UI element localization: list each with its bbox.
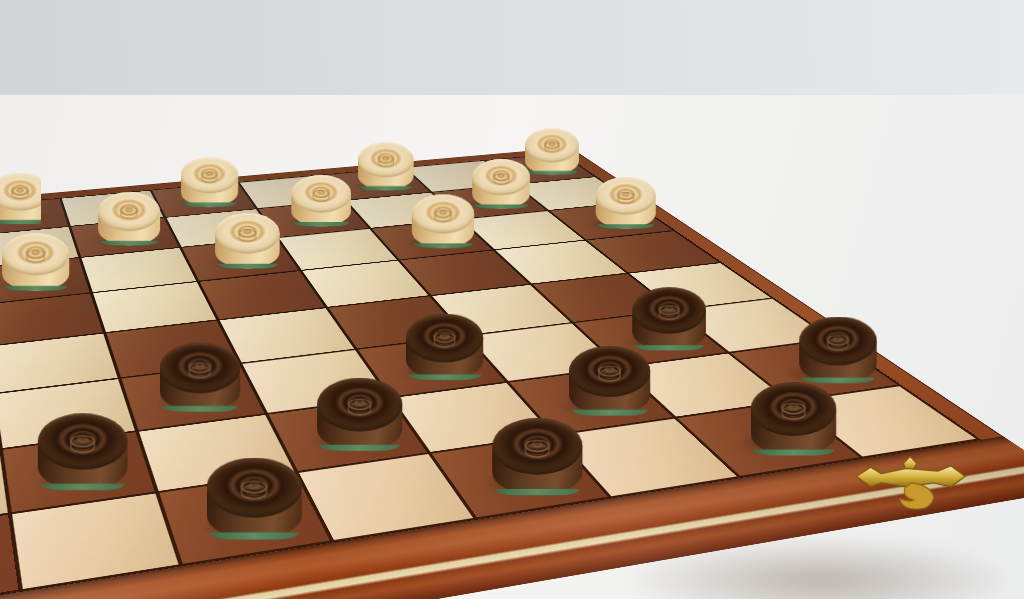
- checker-glyph: ⛀: [616, 185, 635, 207]
- checker-piece-dark[interactable]: ⛂: [569, 346, 650, 420]
- checker-piece-dark[interactable]: ⛂: [317, 378, 402, 456]
- checker-glyph: ⛂: [524, 429, 552, 463]
- checker-glyph: ⛂: [69, 425, 97, 458]
- piece-top: ⛀: [2, 233, 69, 275]
- checker-piece-light[interactable]: ⛀: [412, 194, 474, 251]
- piece-top: ⛂: [799, 317, 877, 366]
- piece-stand: ⛂: [38, 414, 128, 496]
- checker-glyph: ⛂: [826, 327, 850, 356]
- checker-glyph: ⛀: [25, 242, 46, 267]
- piece-stand: ⛂: [569, 346, 650, 420]
- piece-top: ⛀: [98, 192, 160, 231]
- checker-piece-light[interactable]: ⛀: [0, 173, 50, 228]
- piece-stand: ⛂: [632, 287, 706, 355]
- checker-glyph: ⛀: [543, 135, 560, 155]
- checker-piece-dark[interactable]: ⛂: [406, 313, 483, 384]
- piece-stand: ⛂: [751, 382, 837, 460]
- brass-clasp-icon: [850, 454, 968, 514]
- piece-side: [493, 446, 583, 495]
- checker-piece-dark[interactable]: ⛂: [799, 317, 877, 388]
- checker-glyph: ⛀: [312, 183, 331, 205]
- piece-side: [317, 405, 402, 451]
- piece-side: [159, 368, 240, 412]
- piece-top: ⛂: [632, 287, 706, 333]
- checker-piece-dark[interactable]: ⛂: [632, 287, 706, 355]
- checker-glyph: ⛀: [377, 149, 394, 170]
- piece-stand: ⛀: [2, 233, 69, 294]
- checker-piece-light[interactable]: ⛀: [596, 177, 656, 232]
- piece-side: [799, 341, 877, 383]
- piece-stand: ⛀: [215, 213, 280, 272]
- checker-glyph: ⛀: [492, 166, 510, 187]
- piece-side: [569, 371, 650, 415]
- checker-glyph: ⛂: [187, 353, 212, 383]
- piece-side: [38, 442, 128, 491]
- checker-glyph: ⛂: [597, 356, 622, 386]
- scene: ⛀⛀⛀⛀⛀⛀⛀⛀⛀⛀⛀⛀⛂⛂⛂⛂⛂⛂⛂⛂⛂⛂⛂⛂: [0, 0, 1024, 599]
- checker-piece-dark[interactable]: ⛂: [751, 382, 837, 460]
- piece-stand: ⛂: [493, 418, 583, 501]
- piece-stand: ⛂: [799, 317, 877, 388]
- board-square[interactable]: [0, 293, 103, 345]
- piece-top: ⛂: [569, 346, 650, 397]
- checker-glyph: ⛀: [237, 221, 257, 245]
- checker-piece-dark[interactable]: ⛂: [493, 418, 583, 501]
- piece-stand: ⛀: [292, 175, 352, 230]
- piece-top: ⛂: [206, 458, 301, 518]
- piece-stand: ⛂: [159, 342, 240, 416]
- checker-piece-light[interactable]: ⛀: [292, 175, 352, 230]
- piece-top: ⛀: [596, 177, 656, 215]
- piece-stand: ⛀: [525, 128, 579, 177]
- checker-glyph: ⛀: [200, 165, 218, 186]
- piece-side: [632, 310, 706, 350]
- checker-glyph: ⛂: [239, 470, 269, 505]
- piece-top: ⛂: [317, 378, 402, 432]
- checker-glyph: ⛂: [658, 297, 681, 324]
- piece-top: ⛂: [493, 418, 583, 475]
- piece-stand: ⛀: [98, 192, 160, 249]
- brass-clasp: [850, 454, 968, 514]
- piece-stand: ⛂: [406, 313, 483, 384]
- checker-piece-dark[interactable]: ⛂: [206, 458, 301, 545]
- piece-shadow: [0, 535, 17, 599]
- checker-piece-dark[interactable]: ⛂: [159, 342, 240, 416]
- piece-top: ⛀: [472, 159, 530, 195]
- piece-top: ⛀: [358, 142, 414, 177]
- piece-top: ⛀: [180, 157, 238, 193]
- checker-piece-light[interactable]: ⛀: [358, 142, 414, 193]
- perspective-viewport: ⛀⛀⛀⛀⛀⛀⛀⛀⛀⛀⛀⛀⛂⛂⛂⛂⛂⛂⛂⛂⛂⛂⛂⛂: [0, 0, 1024, 599]
- piece-top: ⛀: [412, 194, 474, 233]
- checker-piece-light[interactable]: ⛀: [180, 157, 238, 210]
- piece-top: ⛂: [751, 382, 837, 436]
- checker-glyph: ⛂: [346, 389, 373, 421]
- piece-top: ⛀: [525, 128, 579, 162]
- piece-top: ⛂: [406, 313, 483, 362]
- piece-side: [206, 488, 301, 540]
- piece-stand: ⛀: [412, 194, 474, 251]
- piece-stand: ⛀: [596, 177, 656, 232]
- checker-glyph: ⛀: [119, 200, 138, 223]
- checker-piece-light[interactable]: ⛀: [2, 233, 69, 294]
- checker-piece-light[interactable]: ⛀: [472, 159, 530, 212]
- checker-piece-dark[interactable]: ⛂: [38, 414, 128, 496]
- piece-stand: ⛀: [0, 173, 50, 228]
- checker-glyph: ⛂: [433, 323, 457, 352]
- piece-top: ⛂: [159, 342, 240, 393]
- piece-stand: ⛂: [206, 458, 301, 545]
- piece-stand: ⛀: [358, 142, 414, 193]
- checker-piece-light[interactable]: ⛀: [215, 213, 280, 272]
- checker-glyph: ⛀: [434, 202, 453, 225]
- piece-top: ⛂: [38, 414, 128, 470]
- checker-piece-light[interactable]: ⛀: [525, 128, 579, 177]
- piece-stand: ⛀: [180, 157, 238, 210]
- piece-side: [751, 409, 837, 456]
- piece-side: [406, 338, 483, 380]
- piece-top: ⛀: [215, 213, 280, 254]
- piece-stand: ⛀: [472, 159, 530, 212]
- checker-glyph: ⛀: [11, 181, 30, 203]
- checker-piece-light[interactable]: ⛀: [98, 192, 160, 249]
- piece-stand: ⛂: [317, 378, 402, 456]
- checkers-board: ⛀⛀⛀⛀⛀⛀⛀⛀⛀⛀⛀⛀⛂⛂⛂⛂⛂⛂⛂⛂⛂⛂⛂⛂: [0, 147, 1024, 599]
- checker-glyph: ⛂: [780, 393, 807, 425]
